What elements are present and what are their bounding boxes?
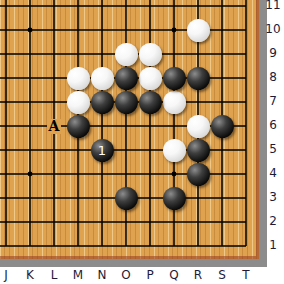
- row-label-3: 3: [262, 190, 284, 206]
- stones-layer: 1A: [0, 0, 258, 258]
- white-stone-R6: [187, 115, 210, 138]
- white-stone-O9: [115, 43, 138, 66]
- row-label-6: 6: [262, 118, 284, 134]
- black-stone-R8: [187, 67, 210, 90]
- black-stone-Q8: [163, 67, 186, 90]
- row-label-1: 1: [262, 238, 284, 254]
- row-label-4: 4: [262, 166, 284, 182]
- row-label-11: 11: [262, 0, 284, 14]
- intersection-R8[interactable]: [186, 66, 210, 90]
- intersection-O7[interactable]: [114, 90, 138, 114]
- white-stone-P8: [139, 67, 162, 90]
- black-stone-Q3: [163, 187, 186, 210]
- intersection-P8[interactable]: [138, 66, 162, 90]
- row-label-7: 7: [262, 94, 284, 110]
- go-board-diagram: 1A JKLMNOPQRST1110987654321: [0, 0, 284, 284]
- col-label-N: N: [90, 268, 114, 282]
- white-stone-R10: [187, 19, 210, 42]
- intersection-N7[interactable]: [90, 90, 114, 114]
- intersection-R6[interactable]: [186, 114, 210, 138]
- intersection-N8[interactable]: [90, 66, 114, 90]
- col-label-J: J: [0, 268, 18, 282]
- intersection-R5[interactable]: [186, 138, 210, 162]
- row-label-10: 10: [262, 22, 284, 38]
- intersection-O8[interactable]: [114, 66, 138, 90]
- col-label-Q: Q: [162, 268, 186, 282]
- intersection-P7[interactable]: [138, 90, 162, 114]
- white-stone-N8: [91, 67, 114, 90]
- white-stone-Q7: [163, 91, 186, 114]
- black-stone-P7: [139, 91, 162, 114]
- intersection-Q3[interactable]: [162, 186, 186, 210]
- col-label-L: L: [42, 268, 66, 282]
- intersection-R4[interactable]: [186, 162, 210, 186]
- black-stone-M6: [67, 115, 90, 138]
- black-stone-O7: [115, 91, 138, 114]
- white-stone-M7: [67, 91, 90, 114]
- row-label-2: 2: [262, 214, 284, 230]
- intersection-Q5[interactable]: [162, 138, 186, 162]
- black-stone-O3: [115, 187, 138, 210]
- white-stone-Q5: [163, 139, 186, 162]
- black-stone-R5: [187, 139, 210, 162]
- intersection-Q7[interactable]: [162, 90, 186, 114]
- intersection-S6[interactable]: [210, 114, 234, 138]
- black-stone-S6: [211, 115, 234, 138]
- point-label-A: A: [47, 119, 62, 134]
- board-frame-shadow-bottom: [0, 259, 267, 267]
- black-stone-R4: [187, 163, 210, 186]
- intersection-Q8[interactable]: [162, 66, 186, 90]
- intersection-O9[interactable]: [114, 42, 138, 66]
- intersection-N5[interactable]: 1: [90, 138, 114, 162]
- intersection-O3[interactable]: [114, 186, 138, 210]
- col-label-S: S: [210, 268, 234, 282]
- intersection-R10[interactable]: [186, 18, 210, 42]
- intersection-L6[interactable]: A: [42, 114, 66, 138]
- col-label-K: K: [18, 268, 42, 282]
- black-stone-O8: [115, 67, 138, 90]
- white-stone-P9: [139, 43, 162, 66]
- col-label-P: P: [138, 268, 162, 282]
- move-1-stone-N5: 1: [91, 139, 114, 162]
- move-number-label: 1: [98, 144, 106, 157]
- intersection-P9[interactable]: [138, 42, 162, 66]
- col-label-R: R: [186, 268, 210, 282]
- white-stone-M8: [67, 67, 90, 90]
- col-label-T: T: [234, 268, 258, 282]
- col-label-O: O: [114, 268, 138, 282]
- intersection-M6[interactable]: [66, 114, 90, 138]
- black-stone-N7: [91, 91, 114, 114]
- col-label-M: M: [66, 268, 90, 282]
- intersection-M8[interactable]: [66, 66, 90, 90]
- row-label-8: 8: [262, 70, 284, 86]
- row-label-9: 9: [262, 46, 284, 62]
- intersection-M7[interactable]: [66, 90, 90, 114]
- row-label-5: 5: [262, 142, 284, 158]
